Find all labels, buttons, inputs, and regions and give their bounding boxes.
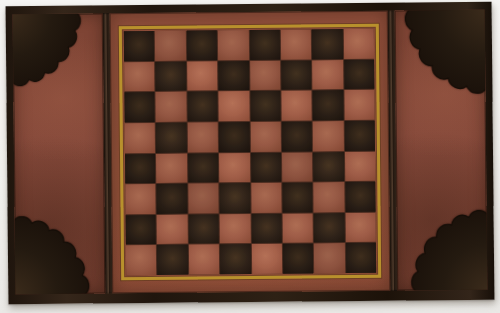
square-d7[interactable] <box>218 61 249 91</box>
square-a1[interactable] <box>126 245 157 275</box>
square-d5[interactable] <box>219 122 250 152</box>
square-d4[interactable] <box>219 153 250 183</box>
square-c3[interactable] <box>188 183 219 213</box>
square-b4[interactable] <box>156 153 187 183</box>
square-c1[interactable] <box>189 245 220 275</box>
square-a4[interactable] <box>125 153 156 183</box>
square-a8[interactable] <box>124 31 155 61</box>
square-e4[interactable] <box>250 152 281 182</box>
square-g1[interactable] <box>314 243 345 273</box>
square-f7[interactable] <box>281 60 312 90</box>
square-h2[interactable] <box>345 213 376 243</box>
square-h3[interactable] <box>345 182 376 212</box>
square-e5[interactable] <box>250 122 281 152</box>
square-a6[interactable] <box>124 92 155 122</box>
square-h1[interactable] <box>345 243 376 273</box>
square-b7[interactable] <box>155 61 186 91</box>
square-e8[interactable] <box>249 30 280 60</box>
scalloped-corner-ornament-top-left <box>13 13 83 87</box>
square-b5[interactable] <box>156 122 187 152</box>
square-h7[interactable] <box>344 59 375 89</box>
square-f2[interactable] <box>282 213 313 243</box>
square-e7[interactable] <box>250 60 281 90</box>
center-panel <box>110 11 391 294</box>
square-h6[interactable] <box>344 90 375 120</box>
square-a7[interactable] <box>124 62 155 92</box>
square-d8[interactable] <box>218 30 249 60</box>
square-a2[interactable] <box>126 215 157 245</box>
square-d6[interactable] <box>219 91 250 121</box>
gameboard <box>6 2 495 305</box>
square-c8[interactable] <box>187 30 218 60</box>
square-d1[interactable] <box>220 244 251 274</box>
right-side-panel <box>395 10 488 291</box>
square-a5[interactable] <box>125 123 156 153</box>
square-h8[interactable] <box>343 29 374 59</box>
checkerboard <box>124 29 376 275</box>
square-g7[interactable] <box>312 60 343 90</box>
square-c4[interactable] <box>188 153 219 183</box>
scalloped-corner-ornament-bottom-left <box>14 215 91 295</box>
square-g3[interactable] <box>314 182 345 212</box>
square-e1[interactable] <box>251 244 282 274</box>
square-b2[interactable] <box>157 214 188 244</box>
square-a3[interactable] <box>125 184 156 214</box>
square-f4[interactable] <box>282 152 313 182</box>
square-h5[interactable] <box>344 121 375 151</box>
square-g5[interactable] <box>313 121 344 151</box>
gold-pinstripe-border <box>119 24 381 280</box>
scalloped-corner-ornament-top-right <box>404 10 487 96</box>
square-g6[interactable] <box>313 90 344 120</box>
square-f5[interactable] <box>282 121 313 151</box>
square-g2[interactable] <box>314 213 345 243</box>
square-f6[interactable] <box>281 91 312 121</box>
square-g4[interactable] <box>313 152 344 182</box>
square-c7[interactable] <box>187 61 218 91</box>
square-g8[interactable] <box>312 29 343 59</box>
square-d2[interactable] <box>220 214 251 244</box>
square-f3[interactable] <box>282 183 313 213</box>
square-b8[interactable] <box>155 31 186 61</box>
square-b1[interactable] <box>157 245 188 275</box>
square-e2[interactable] <box>251 213 282 243</box>
square-e6[interactable] <box>250 91 281 121</box>
square-c6[interactable] <box>187 92 218 122</box>
square-e3[interactable] <box>251 183 282 213</box>
square-d3[interactable] <box>219 183 250 213</box>
square-f8[interactable] <box>281 29 312 59</box>
left-side-panel <box>13 13 106 294</box>
square-c2[interactable] <box>188 214 219 244</box>
square-h4[interactable] <box>345 151 376 181</box>
square-b3[interactable] <box>157 184 188 214</box>
square-b6[interactable] <box>156 92 187 122</box>
scalloped-corner-ornament-bottom-right <box>410 209 488 291</box>
square-c5[interactable] <box>187 122 218 152</box>
square-f1[interactable] <box>283 244 314 274</box>
board-frame <box>13 10 488 295</box>
